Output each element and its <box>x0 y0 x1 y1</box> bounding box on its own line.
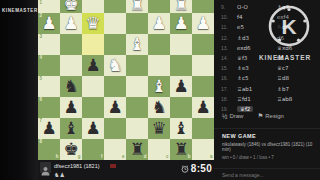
square-f2[interactable]: ♛ <box>82 13 104 34</box>
rank-label-6: 6 <box>40 98 43 103</box>
square-d1[interactable]: ♜ <box>126 0 148 13</box>
player-name-rating[interactable]: dfsecz1981 (1821) <box>54 163 100 169</box>
square-g5[interactable]: ♞ <box>60 76 82 97</box>
move-number: 12. <box>214 35 237 41</box>
bottom-player-bar: dfsecz1981 (1821) ♞♟ 8:50 <box>38 160 214 180</box>
square-e7[interactable] <box>104 118 126 139</box>
square-h7[interactable]: 7♟ <box>38 118 60 139</box>
chess-board[interactable]: 1♚♜♜2♟♟♛♟♟♟3♝4♟♞5♞♝♟6♟♟♞♟7♟♝♟♛♝8hg♚fed♜c… <box>38 0 214 160</box>
square-h4[interactable]: 4 <box>38 55 60 76</box>
square-c4[interactable] <box>148 55 170 76</box>
resign-button[interactable]: ⚑ Resign <box>257 112 284 120</box>
square-b5[interactable]: ♟ <box>170 76 192 97</box>
move-row-18: 18.♖fd1♖ab8 <box>214 94 320 104</box>
square-e1[interactable] <box>104 0 126 13</box>
black-move[interactable]: ♗b7 <box>277 86 317 92</box>
screenshot-stage: KINEMASTER 1♚♜♜2♟♟♛♟♟♟3♝4♟♞5♞♝♟6♟♟♞♟7♟♝♟… <box>0 0 320 180</box>
chat-box: Send a message... <box>214 168 320 178</box>
rank-label-1: 1 <box>40 1 43 6</box>
person-icon <box>40 165 51 176</box>
black-queen-c7: ♛ <box>151 120 166 137</box>
svg-text:K: K <box>281 15 296 38</box>
file-label-b: b <box>188 155 191 160</box>
new-game-matchup[interactable]: nikolaiwasly (1846) vs dfsecz1981 (1821)… <box>222 142 316 154</box>
square-h8[interactable]: 8h <box>38 139 60 160</box>
white-queen-f2: ♛ <box>85 15 100 32</box>
white-pawn-g2: ♟ <box>63 15 78 32</box>
new-game-stats: win • 0 / draw • 1 / loss • 7 <box>222 155 320 160</box>
move-row-17: 17.♖ab1♗b7 <box>214 84 320 94</box>
square-b6[interactable] <box>170 97 192 118</box>
black-pawn-f7: ♟ <box>85 120 100 137</box>
clock-time: 8:50 <box>191 163 212 174</box>
white-pawn-c2: ♟ <box>151 15 166 32</box>
square-a5[interactable] <box>192 76 214 97</box>
square-c7[interactable]: ♛ <box>148 118 170 139</box>
move-number: 10. <box>214 14 237 20</box>
square-g6[interactable]: ♟ <box>60 97 82 118</box>
white-move[interactable]: ♖fd1 <box>237 96 277 102</box>
black-bishop-b7: ♝ <box>173 120 188 137</box>
file-label-h: h <box>56 155 59 160</box>
square-a6[interactable]: ♟ <box>192 97 214 118</box>
draw-label: Draw <box>229 113 243 119</box>
square-h1[interactable]: 1 <box>38 0 60 13</box>
square-f8[interactable]: f <box>82 139 104 160</box>
square-d4[interactable] <box>126 55 148 76</box>
square-b1[interactable]: ♜ <box>170 0 192 13</box>
square-c2[interactable]: ♟ <box>148 13 170 34</box>
kinemaster-watermark-text: KINEMASTER <box>259 54 311 61</box>
white-rook-b1: ♜ <box>173 0 188 13</box>
file-label-e: e <box>122 155 125 160</box>
square-e3[interactable] <box>104 34 126 55</box>
black-rook-d8: ♜ <box>129 141 144 158</box>
rank-label-5: 5 <box>40 77 43 82</box>
white-knight-e4: ♞ <box>107 57 122 74</box>
monitor-bezel <box>0 0 38 180</box>
square-b7[interactable]: ♝ <box>170 118 192 139</box>
black-king-g8: ♚ <box>63 141 78 158</box>
black-pawn-g6: ♟ <box>63 99 78 116</box>
black-pawn-e6: ♟ <box>107 99 122 116</box>
square-g4[interactable] <box>60 55 82 76</box>
rank-label-7: 7 <box>40 119 43 124</box>
file-label-d: d <box>144 155 147 160</box>
player-clock: 8:50 <box>181 163 212 174</box>
square-g7[interactable]: ♝ <box>60 118 82 139</box>
square-g3[interactable] <box>60 34 82 55</box>
square-d6[interactable] <box>126 97 148 118</box>
file-label-a: a <box>210 155 213 160</box>
chat-message-input[interactable]: Send a message... <box>222 172 320 178</box>
square-h6[interactable]: 6 <box>38 97 60 118</box>
captured-pieces: ♞♟ <box>54 172 65 178</box>
move-number: 16. <box>214 75 237 81</box>
move-row-15: 15.♗e3♕c7 <box>214 63 320 73</box>
white-rook-d1: ♜ <box>129 0 144 13</box>
square-c5[interactable]: ♝ <box>148 76 170 97</box>
square-h3[interactable]: 3 <box>38 34 60 55</box>
white-bishop-d3: ♝ <box>129 36 144 53</box>
file-label-c: c <box>166 155 169 160</box>
rank-label-8: 8 <box>40 140 43 145</box>
square-b8[interactable]: b♜ <box>170 139 192 160</box>
square-a3[interactable] <box>192 34 214 55</box>
square-e5[interactable] <box>104 76 126 97</box>
square-f3[interactable] <box>82 34 104 55</box>
square-d8[interactable]: d♜ <box>126 139 148 160</box>
square-a7[interactable] <box>192 118 214 139</box>
black-bishop-g7: ♝ <box>63 120 78 137</box>
square-h5[interactable]: 5 <box>38 76 60 97</box>
clock-icon <box>181 165 189 173</box>
square-a1[interactable] <box>192 0 214 13</box>
white-move[interactable]: ♗e3 <box>237 65 277 71</box>
square-d3[interactable]: ♝ <box>126 34 148 55</box>
square-d7[interactable] <box>126 118 148 139</box>
move-number: 18. <box>214 96 237 102</box>
square-e6[interactable]: ♟ <box>104 97 126 118</box>
square-g2[interactable]: ♟ <box>60 13 82 34</box>
black-move[interactable]: ♖d8 <box>277 75 317 81</box>
move-number: 11. <box>214 24 237 30</box>
black-pawn-h7: ♟ <box>41 120 56 137</box>
file-label-f: f <box>101 155 103 160</box>
white-move[interactable]: ♗c5 <box>237 75 277 81</box>
square-c6[interactable]: ♞ <box>148 97 170 118</box>
square-c3[interactable] <box>148 34 170 55</box>
white-bishop-c5: ♝ <box>151 78 166 95</box>
black-rook-b8: ♜ <box>173 141 188 158</box>
black-move[interactable]: ♖ab8 <box>277 96 317 102</box>
rank-label-3: 3 <box>40 35 43 40</box>
square-a2[interactable]: ♟ <box>192 13 214 34</box>
square-g1[interactable]: ♚ <box>60 0 82 13</box>
black-pawn-f4: ♟ <box>85 57 100 74</box>
black-pawn-b5: ♟ <box>173 78 188 95</box>
black-knight-g5: ♞ <box>63 78 78 95</box>
square-c1[interactable] <box>148 0 170 13</box>
square-b3[interactable] <box>170 34 192 55</box>
white-move[interactable]: ♖ab1 <box>237 86 277 92</box>
white-pawn-h2: ♟ <box>41 15 56 32</box>
square-b2[interactable]: ♟ <box>170 13 192 34</box>
square-f5[interactable] <box>82 76 104 97</box>
move-number: 17. <box>214 86 237 92</box>
square-e4[interactable]: ♞ <box>104 55 126 76</box>
kinemaster-watermark-text-topleft: KINEMASTER <box>2 8 38 13</box>
player-avatar[interactable] <box>40 162 51 173</box>
square-f6[interactable] <box>82 97 104 118</box>
white-king-g1: ♚ <box>63 0 78 13</box>
kinemaster-logo-icon: K <box>267 4 311 52</box>
game-actions: ½ Draw ⚑ Resign <box>214 112 320 120</box>
square-a4[interactable] <box>192 55 214 76</box>
rank-label-4: 4 <box>40 56 43 61</box>
square-g8[interactable]: g♚ <box>60 139 82 160</box>
new-game-section: NEW GAME nikolaiwasly (1846) vs dfsecz19… <box>214 128 320 160</box>
square-d5[interactable] <box>126 76 148 97</box>
new-game-title: NEW GAME <box>222 133 320 139</box>
move-row-16: 16.♗c5♖d8 <box>214 73 320 83</box>
black-pawn-a6: ♟ <box>195 99 210 116</box>
move-number: 14. <box>214 55 237 61</box>
square-a8[interactable]: a <box>192 139 214 160</box>
resign-label: Resign <box>265 113 284 119</box>
move-number: 9. <box>214 4 237 10</box>
square-f4[interactable]: ♟ <box>82 55 104 76</box>
black-move[interactable]: ♕c7 <box>277 65 317 71</box>
white-pawn-b2: ♟ <box>173 15 188 32</box>
player-flag-icon <box>110 164 116 168</box>
square-e2[interactable] <box>104 13 126 34</box>
square-d2[interactable] <box>126 13 148 34</box>
square-e8[interactable]: e <box>104 139 126 160</box>
resign-flag-icon: ⚑ <box>257 112 263 120</box>
move-number: 13. <box>214 45 237 51</box>
square-c8[interactable]: c <box>148 139 170 160</box>
white-pawn-a2: ♟ <box>195 15 210 32</box>
black-knight-c6: ♞ <box>151 99 166 116</box>
square-f7[interactable]: ♟ <box>82 118 104 139</box>
draw-button[interactable]: ½ Draw <box>222 112 243 120</box>
file-label-g: g <box>78 155 81 160</box>
move-number: 15. <box>214 65 237 71</box>
half-point-icon: ½ <box>222 113 227 120</box>
square-f1[interactable] <box>82 0 104 13</box>
square-b4[interactable] <box>170 55 192 76</box>
square-h2[interactable]: 2♟ <box>38 13 60 34</box>
rank-label-2: 2 <box>40 14 43 19</box>
